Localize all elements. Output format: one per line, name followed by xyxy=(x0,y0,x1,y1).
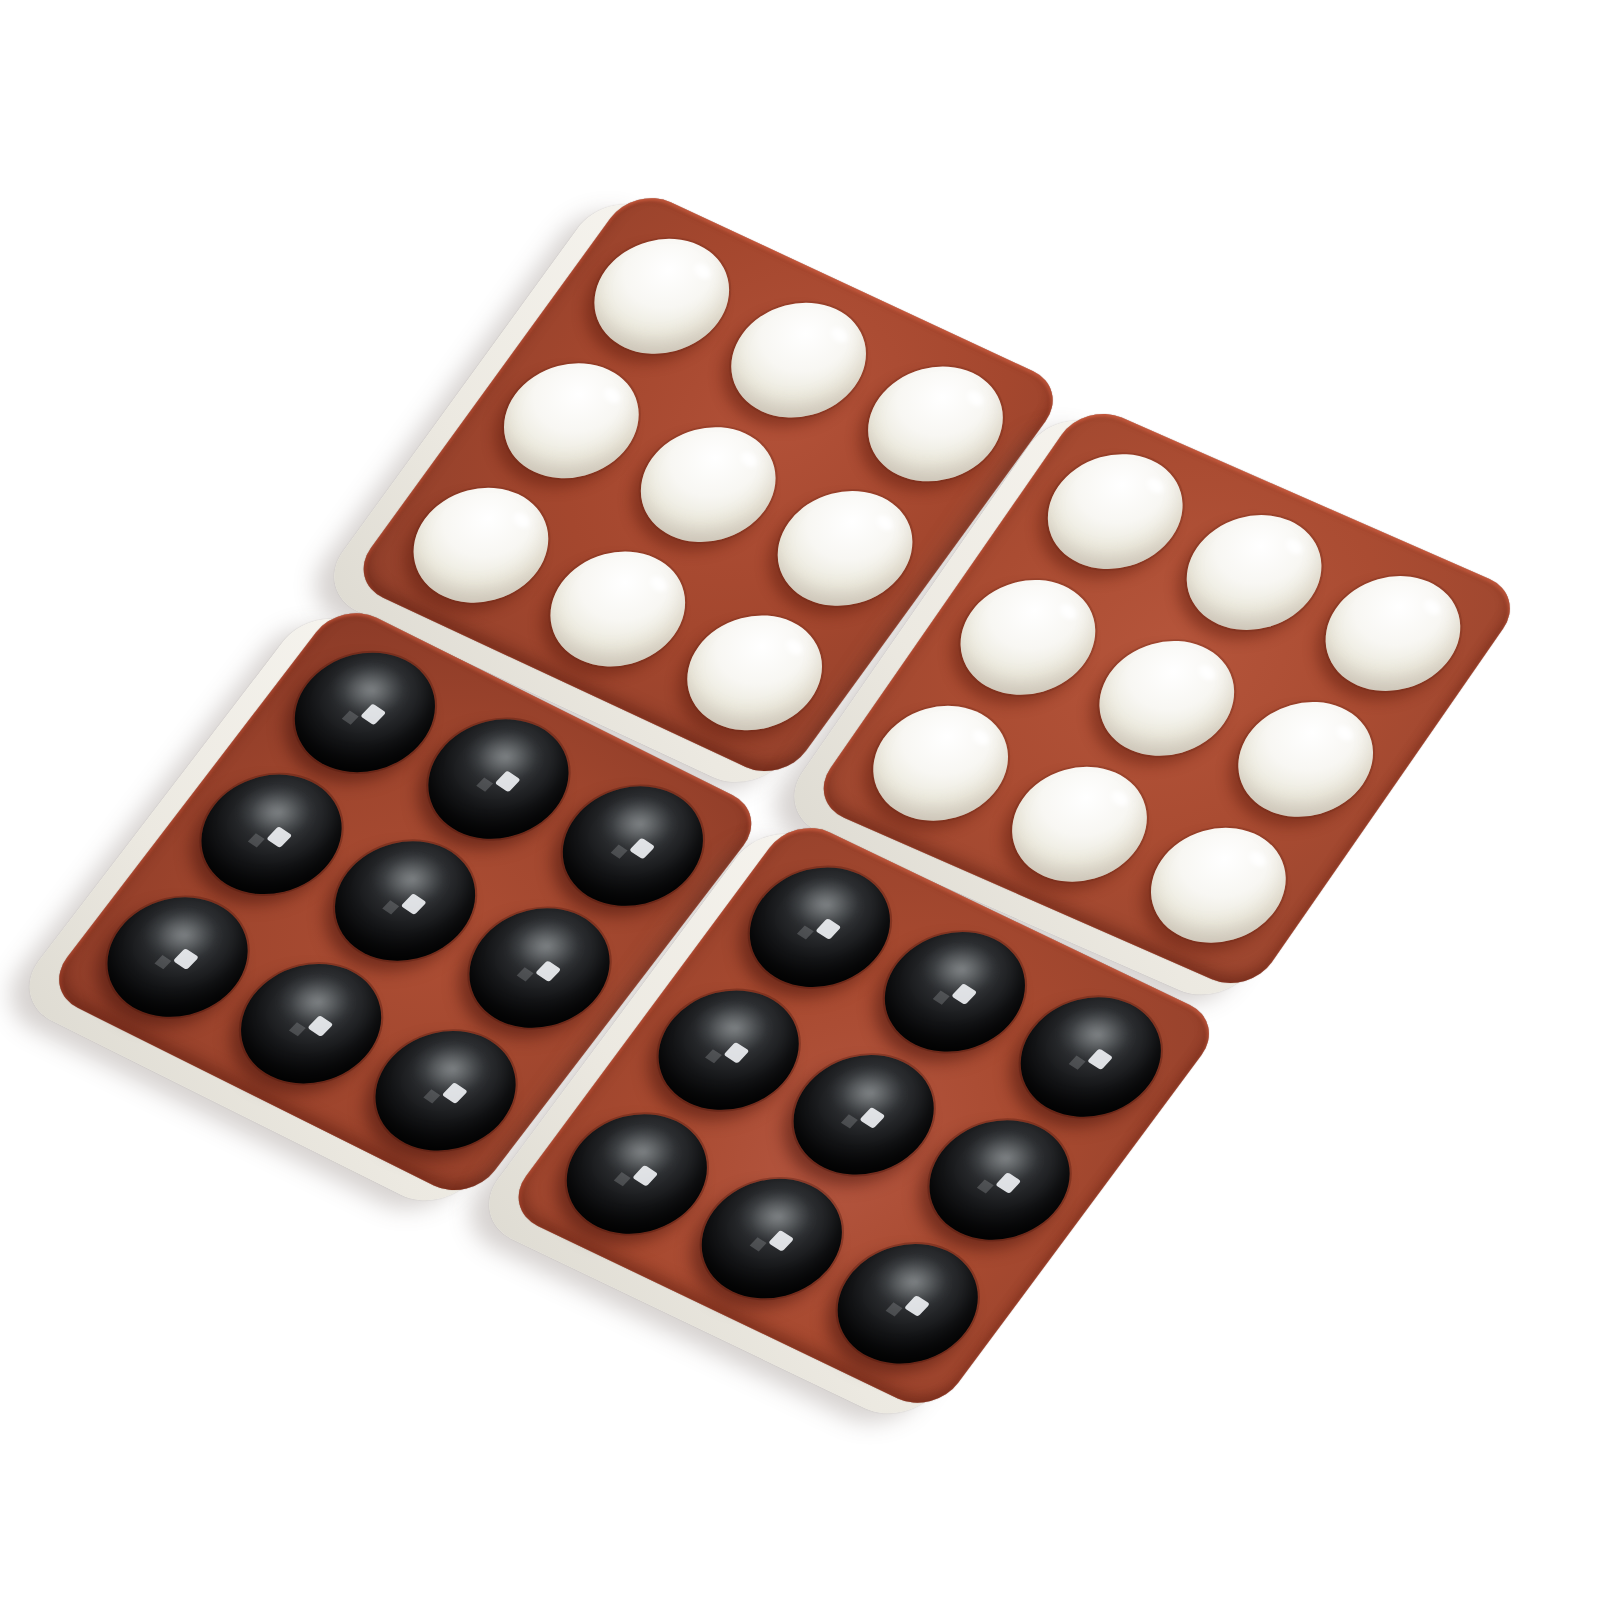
pentago-board xyxy=(44,185,1528,1414)
white-marble[interactable] xyxy=(661,595,848,750)
white-marble[interactable] xyxy=(1022,435,1208,588)
white-marble[interactable] xyxy=(848,686,1034,839)
white-marble[interactable] xyxy=(1074,622,1260,775)
white-marble[interactable] xyxy=(705,283,892,438)
white-marble[interactable] xyxy=(388,468,575,623)
white-marble[interactable] xyxy=(1212,683,1398,836)
white-marble[interactable] xyxy=(935,561,1121,714)
white-marble[interactable] xyxy=(1300,557,1486,710)
white-marble[interactable] xyxy=(478,344,665,499)
white-marble[interactable] xyxy=(1161,496,1347,649)
white-marble[interactable] xyxy=(569,219,756,374)
white-marble[interactable] xyxy=(525,531,712,686)
white-marble[interactable] xyxy=(751,471,938,626)
white-marble[interactable] xyxy=(1125,808,1311,961)
product-photo-scene xyxy=(0,0,1600,1600)
white-marble[interactable] xyxy=(842,347,1029,502)
white-marble[interactable] xyxy=(987,747,1173,900)
white-marble[interactable] xyxy=(615,407,802,562)
